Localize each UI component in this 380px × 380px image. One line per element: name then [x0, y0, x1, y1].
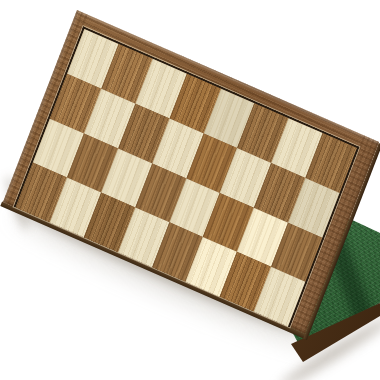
product-photo-stage — [0, 0, 380, 380]
chessboard-half — [3, 10, 379, 334]
playing-area — [14, 26, 360, 327]
